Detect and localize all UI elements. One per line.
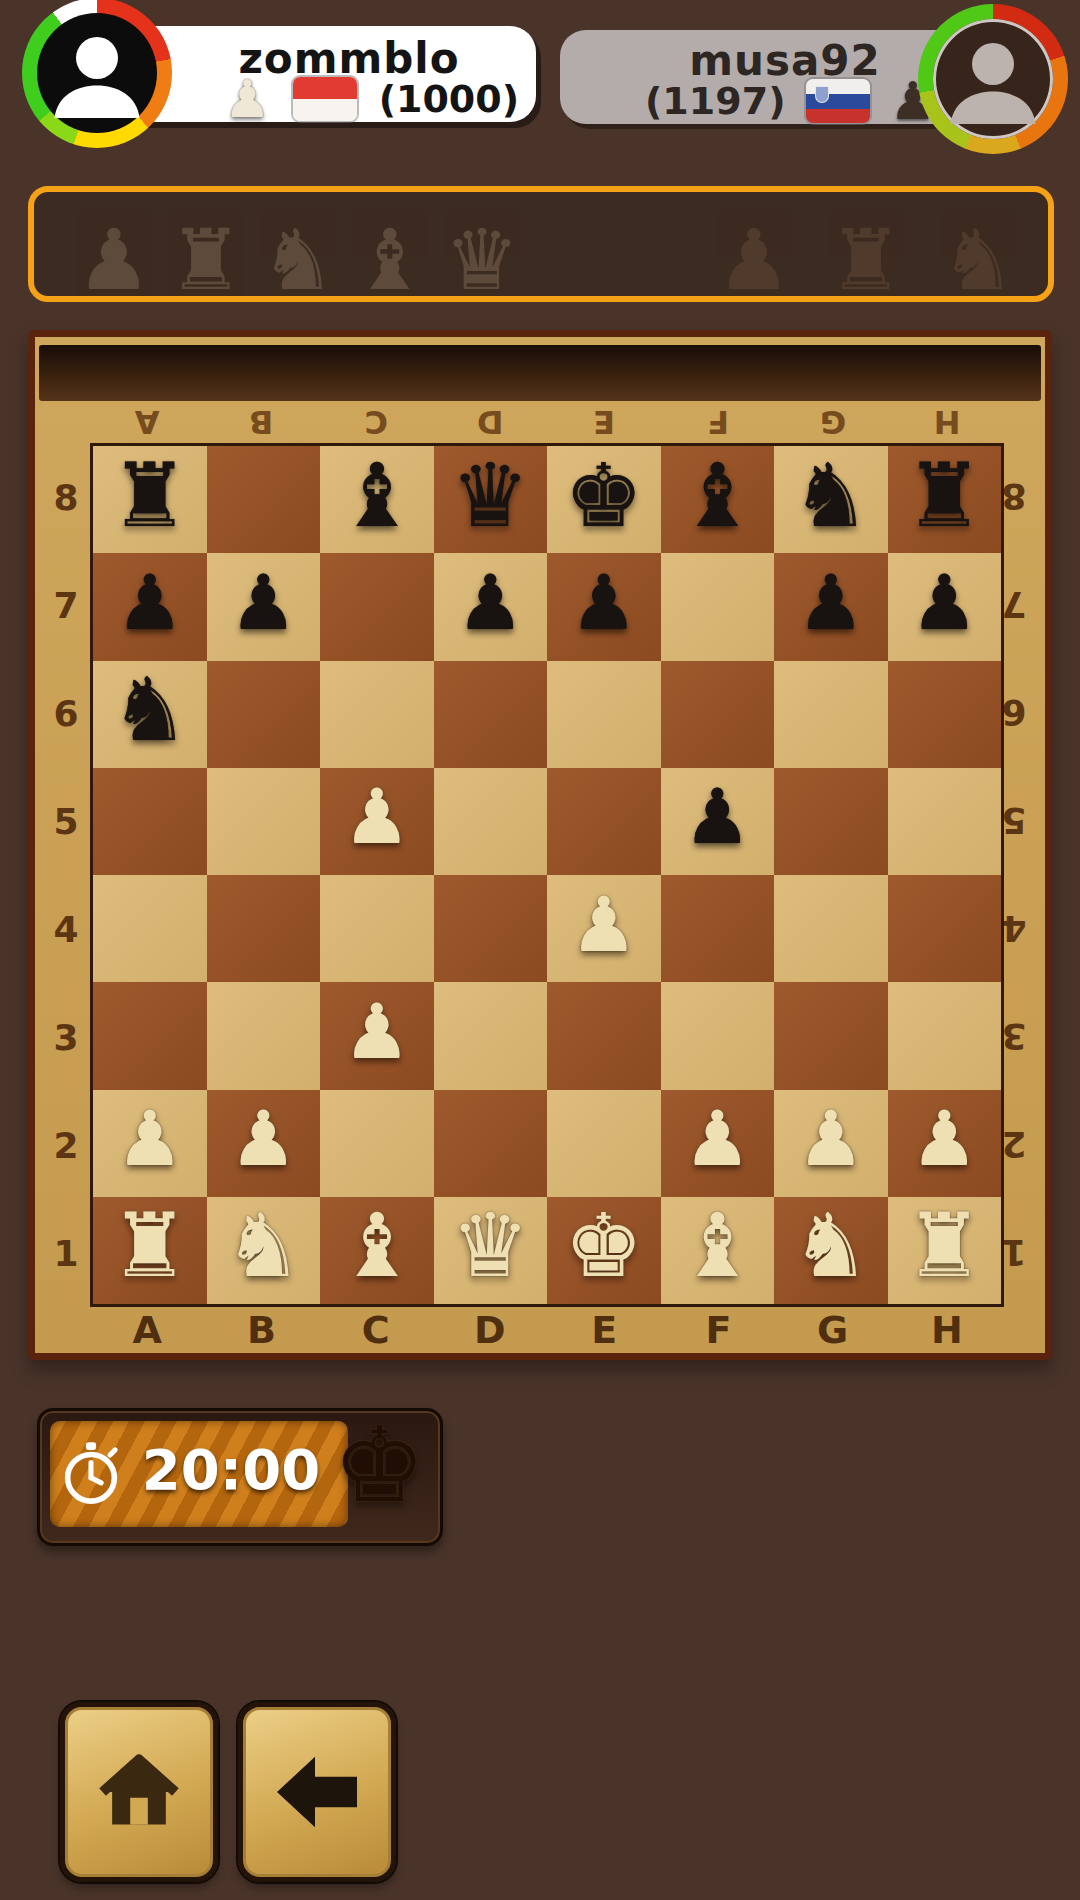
turn-indicator-king-icon: ♚	[333, 1395, 426, 1535]
white-knight: ♞	[224, 1196, 303, 1296]
white-ghost-knight-icon: ♞	[252, 214, 344, 302]
file-label-bottom-e: E	[547, 1307, 661, 1353]
white-ghost-queen-icon: ♛	[436, 214, 528, 302]
square-e7[interactable]: ♟	[547, 553, 661, 660]
slovenia-flag	[806, 79, 870, 123]
square-f3[interactable]	[661, 982, 775, 1089]
square-b8[interactable]	[207, 446, 321, 553]
rank-label-left-5: 5	[42, 767, 90, 875]
black-knight: ♞	[791, 446, 870, 546]
square-c6[interactable]	[320, 661, 434, 768]
square-b6[interactable]	[207, 661, 321, 768]
player-rating-black: (1197)	[645, 79, 786, 123]
square-b1[interactable]: ♞	[207, 1197, 321, 1304]
square-b3[interactable]	[207, 982, 321, 1089]
square-a7[interactable]: ♟	[93, 553, 207, 660]
square-f4[interactable]	[661, 875, 775, 982]
square-a8[interactable]: ♜	[93, 446, 207, 553]
black-pawn: ♟	[570, 553, 638, 653]
square-g2[interactable]: ♟	[774, 1090, 888, 1197]
square-f6[interactable]	[661, 661, 775, 768]
white-pawn: ♟	[910, 1089, 978, 1189]
player-card-black[interactable]: musa92 (1197) ♟	[560, 30, 1052, 124]
square-c5[interactable]: ♟	[320, 768, 434, 875]
square-f2[interactable]: ♟	[661, 1090, 775, 1197]
rank-label-left-1: 1	[42, 1199, 90, 1307]
square-c2[interactable]	[320, 1090, 434, 1197]
white-pawn: ♟	[116, 1089, 184, 1189]
back-arrow-icon	[269, 1744, 365, 1840]
square-h2[interactable]: ♟	[888, 1090, 1002, 1197]
square-e3[interactable]	[547, 982, 661, 1089]
square-g7[interactable]: ♟	[774, 553, 888, 660]
rank-label-left-4: 4	[42, 875, 90, 983]
avatar-icon	[37, 13, 157, 133]
square-b2[interactable]: ♟	[207, 1090, 321, 1197]
black-pawn: ♟	[683, 767, 751, 867]
file-label-top-b: B	[204, 401, 318, 443]
file-label-bottom-h: H	[890, 1307, 1004, 1353]
file-label-bottom-g: G	[776, 1307, 890, 1353]
white-bishop: ♝	[678, 1196, 757, 1296]
file-label-bottom-d: D	[433, 1307, 547, 1353]
square-b5[interactable]	[207, 768, 321, 875]
home-button[interactable]	[60, 1702, 218, 1882]
square-d7[interactable]: ♟	[434, 553, 548, 660]
black-pawn: ♟	[910, 553, 978, 653]
square-f5[interactable]: ♟	[661, 768, 775, 875]
square-d2[interactable]	[434, 1090, 548, 1197]
square-g1[interactable]: ♞	[774, 1197, 888, 1304]
file-label-bottom-b: B	[204, 1307, 318, 1353]
black-pawn: ♟	[116, 553, 184, 653]
square-g4[interactable]	[774, 875, 888, 982]
square-h5[interactable]	[888, 768, 1002, 875]
white-queen: ♛	[451, 1196, 530, 1296]
square-a6[interactable]: ♞	[93, 661, 207, 768]
black-ghost-pawn-icon: ♟	[698, 214, 810, 302]
square-d8[interactable]: ♛	[434, 446, 548, 553]
indonesia-flag	[293, 77, 357, 121]
square-d4[interactable]	[434, 875, 548, 982]
avatar-black[interactable]	[918, 4, 1068, 154]
square-e8[interactable]: ♚	[547, 446, 661, 553]
file-label-top-c: C	[319, 401, 433, 443]
black-pawn: ♟	[229, 553, 297, 653]
file-label-top-d: D	[433, 401, 547, 443]
file-label-top-g: G	[776, 401, 890, 443]
timer-value: 20:00	[136, 1437, 326, 1502]
white-pawn: ♟	[343, 982, 411, 1082]
capture-tray: ♟♜♞♝♛ ♟♜♞	[28, 186, 1054, 302]
square-d1[interactable]: ♛	[434, 1197, 548, 1304]
square-h7[interactable]: ♟	[888, 553, 1002, 660]
square-h1[interactable]: ♜	[888, 1197, 1002, 1304]
rank-label-left-7: 7	[42, 551, 90, 659]
white-pawn: ♟	[683, 1089, 751, 1189]
player-card-white[interactable]: zommblo ♟ (1000)	[34, 26, 536, 122]
square-e5[interactable]	[547, 768, 661, 875]
white-ghost-rook-icon: ♜	[160, 214, 252, 302]
file-label-top-f: F	[661, 401, 775, 443]
black-bishop: ♝	[678, 446, 757, 546]
white-rook: ♜	[905, 1196, 984, 1296]
white-ghost-bishop-icon: ♝	[344, 214, 436, 302]
rank-label-left-8: 8	[42, 443, 90, 551]
square-f1[interactable]: ♝	[661, 1197, 775, 1304]
black-bishop: ♝	[337, 446, 416, 546]
square-c4[interactable]	[320, 875, 434, 982]
white-pawn: ♟	[229, 1089, 297, 1189]
square-h6[interactable]	[888, 661, 1002, 768]
square-b7[interactable]: ♟	[207, 553, 321, 660]
square-e2[interactable]	[547, 1090, 661, 1197]
file-label-bottom-a: A	[90, 1307, 204, 1353]
captured-white-slots: ♟♜♞♝♛	[68, 214, 528, 302]
black-ghost-rook-icon: ♜	[810, 214, 922, 302]
avatar-icon	[933, 19, 1053, 139]
black-rook: ♜	[110, 446, 189, 546]
rank-labels-left: 87654321	[42, 443, 90, 1307]
square-c8[interactable]: ♝	[320, 446, 434, 553]
square-f7[interactable]	[661, 553, 775, 660]
white-pawn-icon: ♟	[224, 76, 271, 122]
black-rook: ♜	[905, 446, 984, 546]
black-knight: ♞	[110, 660, 189, 760]
square-g6[interactable]	[774, 661, 888, 768]
file-label-top-e: E	[547, 401, 661, 443]
chess-app-screen: zommblo ♟ (1000) musa92 (1197)	[0, 0, 1080, 1900]
square-a1[interactable]: ♜	[93, 1197, 207, 1304]
black-king: ♚	[564, 446, 643, 546]
black-ghost-knight-icon: ♞	[922, 214, 1034, 302]
avatar-white[interactable]	[22, 0, 172, 148]
file-label-bottom-c: C	[319, 1307, 433, 1353]
player-rating-white: (1000)	[379, 77, 520, 121]
white-pawn: ♟	[797, 1089, 865, 1189]
rank-label-left-2: 2	[42, 1091, 90, 1199]
file-labels-top: ABCDEFGH	[90, 401, 1004, 443]
file-label-top-h: H	[890, 401, 1004, 443]
board-grid: ♜♝♛♚♝♞♜♟♟♟♟♟♟♞♟♟♟♟♟♟♟♟♟♜♞♝♛♚♝♞♜	[90, 443, 1004, 1307]
black-pawn: ♟	[797, 553, 865, 653]
square-d5[interactable]	[434, 768, 548, 875]
square-d3[interactable]	[434, 982, 548, 1089]
board-back-edge	[39, 345, 1041, 401]
black-queen: ♛	[451, 446, 530, 546]
square-g3[interactable]	[774, 982, 888, 1089]
white-ghost-pawn-icon: ♟	[68, 214, 160, 302]
square-c7[interactable]	[320, 553, 434, 660]
black-pawn: ♟	[456, 553, 524, 653]
square-a5[interactable]	[93, 768, 207, 875]
back-button[interactable]	[238, 1702, 396, 1882]
square-c1[interactable]: ♝	[320, 1197, 434, 1304]
rank-label-left-6: 6	[42, 659, 90, 767]
square-e6[interactable]	[547, 661, 661, 768]
white-king: ♚	[564, 1196, 643, 1296]
square-c3[interactable]: ♟	[320, 982, 434, 1089]
file-label-top-a: A	[90, 401, 204, 443]
white-pawn: ♟	[343, 767, 411, 867]
square-e1[interactable]: ♚	[547, 1197, 661, 1304]
square-d6[interactable]	[434, 661, 548, 768]
square-a3[interactable]	[93, 982, 207, 1089]
square-a4[interactable]	[93, 875, 207, 982]
square-g5[interactable]	[774, 768, 888, 875]
stopwatch-icon	[60, 1441, 122, 1511]
square-h3[interactable]	[888, 982, 1002, 1089]
square-h4[interactable]	[888, 875, 1002, 982]
square-g8[interactable]: ♞	[774, 446, 888, 553]
square-e4[interactable]: ♟	[547, 875, 661, 982]
square-b4[interactable]	[207, 875, 321, 982]
file-label-bottom-f: F	[661, 1307, 775, 1353]
square-h8[interactable]: ♜	[888, 446, 1002, 553]
white-bishop: ♝	[337, 1196, 416, 1296]
white-knight: ♞	[791, 1196, 870, 1296]
game-timer: 20:00 ♚	[37, 1408, 443, 1546]
chess-board: ABCDEFGH 87654321 87654321 ♜♝♛♚♝♞♜♟♟♟♟♟♟…	[28, 330, 1052, 1360]
white-pawn: ♟	[570, 875, 638, 975]
home-icon	[93, 1746, 185, 1838]
file-labels-bottom: ABCDEFGH	[90, 1307, 1004, 1353]
square-f8[interactable]: ♝	[661, 446, 775, 553]
rank-label-left-3: 3	[42, 983, 90, 1091]
captured-black-slots: ♟♜♞	[698, 214, 1034, 302]
white-rook: ♜	[110, 1196, 189, 1296]
square-a2[interactable]: ♟	[93, 1090, 207, 1197]
